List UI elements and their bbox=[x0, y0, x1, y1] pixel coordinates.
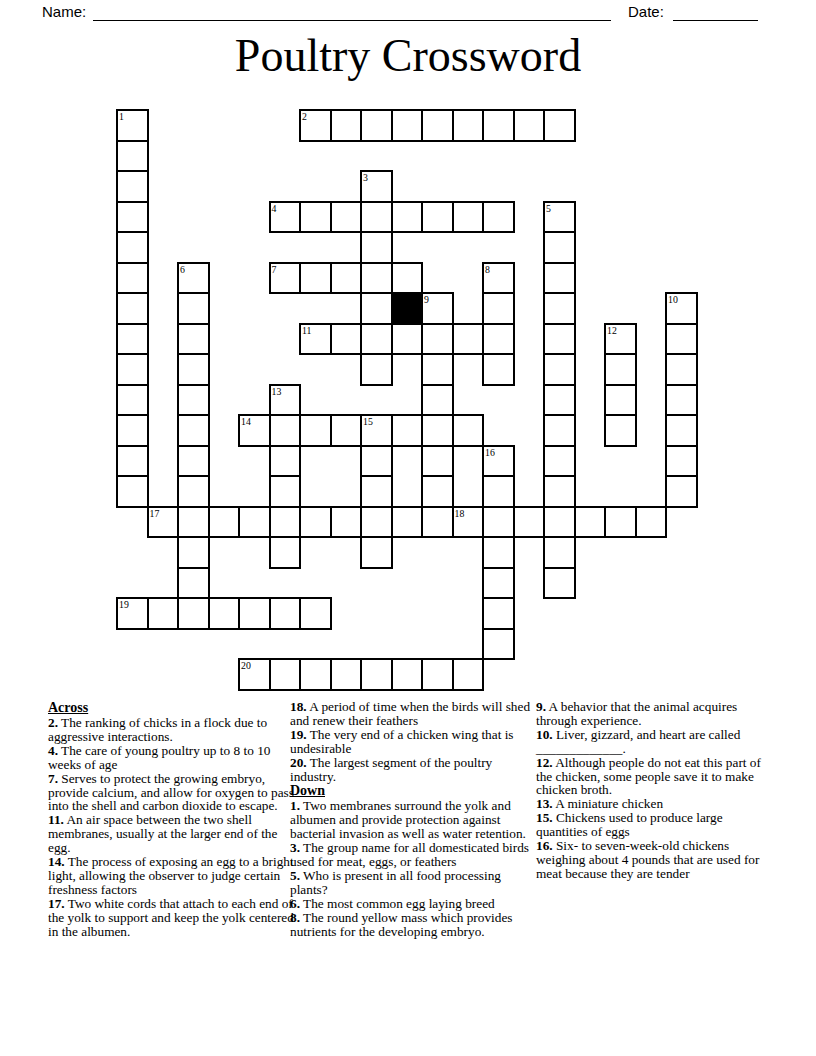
clue-number: 13. bbox=[536, 796, 553, 811]
grid-cell-r12c2[interactable] bbox=[177, 475, 210, 508]
grid-cell-r3c9[interactable] bbox=[391, 201, 424, 234]
down-clue-3: 3. The group name for all domesticated b… bbox=[290, 841, 532, 869]
clues-column-across: Across2. The ranking of chicks in a floc… bbox=[48, 700, 294, 939]
grid-cell-r18c9[interactable] bbox=[391, 658, 424, 691]
grid-cell-r10c10[interactable] bbox=[421, 414, 454, 447]
grid-cell-r13c14[interactable] bbox=[543, 506, 576, 539]
grid-cell-r7c8[interactable] bbox=[360, 323, 393, 356]
cell-number-19: 19 bbox=[119, 599, 129, 610]
clue-number: 15. bbox=[536, 810, 553, 825]
clue-text: Six- to seven-week-old chickens weighing… bbox=[536, 838, 759, 881]
grid-cell-r5c9[interactable] bbox=[391, 262, 424, 295]
date-blank-line[interactable] bbox=[673, 5, 758, 21]
grid-cell-r13c10[interactable] bbox=[421, 506, 454, 539]
grid-cell-r6c0[interactable] bbox=[116, 292, 149, 325]
grid-cell-r11c14[interactable] bbox=[543, 445, 576, 478]
grid-cell-r3c8[interactable] bbox=[360, 201, 393, 234]
crossword-grid: 1234567891011121314151617181920 bbox=[117, 110, 699, 692]
grid-cell-r8c12[interactable] bbox=[482, 353, 515, 386]
black-cell bbox=[391, 292, 424, 325]
page-title: Poultry Crossword bbox=[0, 30, 816, 82]
clue-text: A miniature chicken bbox=[553, 796, 663, 811]
grid-cell-r4c0[interactable] bbox=[116, 231, 149, 264]
grid-cell-r14c5[interactable] bbox=[269, 536, 302, 569]
grid-cell-r6c12[interactable] bbox=[482, 292, 515, 325]
grid-cell-r4c14[interactable] bbox=[543, 231, 576, 264]
grid-cell-r0c7[interactable] bbox=[330, 109, 363, 142]
grid-cell-r3c0[interactable] bbox=[116, 201, 149, 234]
cell-number-6: 6 bbox=[180, 264, 185, 275]
grid-cell-r13c16[interactable] bbox=[604, 506, 637, 539]
clue-text: Chickens used to produce large quantitie… bbox=[536, 810, 723, 839]
cell-number-8: 8 bbox=[485, 264, 490, 275]
clue-number: 7. bbox=[48, 771, 58, 786]
clue-text: A behavior that the animal acquires thro… bbox=[536, 699, 737, 728]
grid-cell-r11c0[interactable] bbox=[116, 445, 149, 478]
clue-number: 1. bbox=[290, 798, 300, 813]
grid-cell-r10c9[interactable] bbox=[391, 414, 424, 447]
grid-cell-r13c17[interactable] bbox=[635, 506, 668, 539]
grid-cell-r7c0[interactable] bbox=[116, 323, 149, 356]
grid-cell-r8c0[interactable] bbox=[116, 353, 149, 386]
grid-cell-r5c0[interactable] bbox=[116, 262, 149, 295]
clue-number: 16. bbox=[536, 838, 553, 853]
grid-cell-r7c14[interactable] bbox=[543, 323, 576, 356]
grid-cell-r9c18[interactable] bbox=[665, 384, 698, 417]
grid-cell-r0c10[interactable] bbox=[421, 109, 454, 142]
grid-cell-r10c11[interactable] bbox=[452, 414, 485, 447]
cell-number-2: 2 bbox=[302, 111, 307, 122]
grid-cell-r14c12[interactable] bbox=[482, 536, 515, 569]
grid-cell-r7c7[interactable] bbox=[330, 323, 363, 356]
grid-cell-r18c10[interactable] bbox=[421, 658, 454, 691]
cell-number-18: 18 bbox=[455, 508, 465, 519]
grid-cell-r8c2[interactable] bbox=[177, 353, 210, 386]
cell-number-15: 15 bbox=[363, 416, 373, 427]
clue-number: 8. bbox=[290, 910, 300, 925]
grid-cell-r10c7[interactable] bbox=[330, 414, 363, 447]
across-clue-20: 20. The largest segment of the poultry i… bbox=[290, 756, 532, 784]
grid-cell-r0c12[interactable] bbox=[482, 109, 515, 142]
grid-cell-r13c4[interactable] bbox=[238, 506, 271, 539]
grid-cell-r7c18[interactable] bbox=[665, 323, 698, 356]
grid-cell-r13c12[interactable] bbox=[482, 506, 515, 539]
worksheet-header: Name: Date: bbox=[0, 0, 816, 26]
grid-cell-r11c10[interactable] bbox=[421, 445, 454, 478]
cell-number-11: 11 bbox=[302, 325, 311, 336]
down-clue-13: 13. A miniature chicken bbox=[536, 797, 772, 811]
cell-number-3: 3 bbox=[363, 172, 368, 183]
grid-cell-r3c11[interactable] bbox=[452, 201, 485, 234]
grid-cell-r3c10[interactable] bbox=[421, 201, 454, 234]
grid-cell-r13c9[interactable] bbox=[391, 506, 424, 539]
across-clue-19: 19. The very end of a chicken wing that … bbox=[290, 728, 532, 756]
grid-cell-r3c7[interactable] bbox=[330, 201, 363, 234]
across-clue-2: 2. The ranking of chicks in a flock due … bbox=[48, 716, 294, 744]
grid-cell-r10c2[interactable] bbox=[177, 414, 210, 447]
grid-cell-r5c7[interactable] bbox=[330, 262, 363, 295]
grid-cell-r8c8[interactable] bbox=[360, 353, 393, 386]
grid-cell-r10c14[interactable] bbox=[543, 414, 576, 447]
clue-text: Two white cords that attach to each end … bbox=[48, 896, 294, 939]
cell-number-20: 20 bbox=[241, 660, 251, 671]
cell-number-10: 10 bbox=[668, 294, 678, 305]
grid-cell-r5c6[interactable] bbox=[299, 262, 332, 295]
grid-cell-r7c11[interactable] bbox=[452, 323, 485, 356]
grid-cell-r8c10[interactable] bbox=[421, 353, 454, 386]
grid-cell-r0c11[interactable] bbox=[452, 109, 485, 142]
grid-cell-r8c14[interactable] bbox=[543, 353, 576, 386]
grid-cell-r16c4[interactable] bbox=[238, 597, 271, 630]
clue-text: The round yellow mass which provides nut… bbox=[290, 910, 512, 939]
grid-cell-r7c9[interactable] bbox=[391, 323, 424, 356]
clue-number: 20. bbox=[290, 755, 307, 770]
grid-cell-r12c18[interactable] bbox=[665, 475, 698, 508]
cell-number-14: 14 bbox=[241, 416, 251, 427]
grid-cell-r11c8[interactable] bbox=[360, 445, 393, 478]
grid-cell-r13c15[interactable] bbox=[574, 506, 607, 539]
grid-cell-r0c8[interactable] bbox=[360, 109, 393, 142]
clue-text: Two membranes surround the yolk and albu… bbox=[290, 798, 526, 841]
clue-text: A period of time when the birds will she… bbox=[290, 699, 530, 728]
clue-text: The most common egg laying breed bbox=[300, 896, 495, 911]
down-clue-15: 15. Chickens used to produce large quant… bbox=[536, 811, 772, 839]
grid-cell-r6c8[interactable] bbox=[360, 292, 393, 325]
down-clue-8: 8. The round yellow mass which provides … bbox=[290, 911, 532, 939]
cell-number-9: 9 bbox=[424, 294, 429, 305]
cell-number-13: 13 bbox=[272, 386, 282, 397]
grid-cell-r12c8[interactable] bbox=[360, 475, 393, 508]
clue-number: 2. bbox=[48, 715, 58, 730]
grid-cell-r8c18[interactable] bbox=[665, 353, 698, 386]
clue-number: 11. bbox=[48, 812, 64, 827]
grid-cell-r10c16[interactable] bbox=[604, 414, 637, 447]
grid-cell-r13c7[interactable] bbox=[330, 506, 363, 539]
grid-cell-r10c18[interactable] bbox=[665, 414, 698, 447]
down-clue-12: 12. Although people do not eat this part… bbox=[536, 756, 772, 798]
grid-cell-r12c10[interactable] bbox=[421, 475, 454, 508]
clue-number: 19. bbox=[290, 727, 307, 742]
grid-cell-r9c10[interactable] bbox=[421, 384, 454, 417]
down-clue-10: 10. Liver, gizzard, and heart are called… bbox=[536, 728, 772, 756]
grid-cell-r18c8[interactable] bbox=[360, 658, 393, 691]
grid-cell-r15c2[interactable] bbox=[177, 567, 210, 600]
across-clue-11: 11. An air space between the two shell m… bbox=[48, 813, 294, 855]
grid-cell-r7c2[interactable] bbox=[177, 323, 210, 356]
cell-number-12: 12 bbox=[607, 325, 617, 336]
clue-number: 10. bbox=[536, 727, 553, 742]
clue-text: The ranking of chicks in a flock due to … bbox=[48, 715, 267, 744]
clue-number: 12. bbox=[536, 755, 553, 770]
across-clue-4: 4. The care of young poultry up to 8 to … bbox=[48, 744, 294, 772]
grid-cell-r8c16[interactable] bbox=[604, 353, 637, 386]
cell-number-5: 5 bbox=[546, 203, 551, 214]
grid-cell-r11c18[interactable] bbox=[665, 445, 698, 478]
grid-cell-r4c8[interactable] bbox=[360, 231, 393, 264]
across-clue-7: 7. Serves to protect the growing embryo,… bbox=[48, 772, 294, 814]
cell-number-17: 17 bbox=[150, 508, 160, 519]
across-header: Across bbox=[48, 700, 294, 715]
clues-column-middle: 18. A period of time when the birds will… bbox=[290, 700, 532, 939]
grid-cell-r9c0[interactable] bbox=[116, 384, 149, 417]
clue-number: 3. bbox=[290, 840, 300, 855]
grid-cell-r7c12[interactable] bbox=[482, 323, 515, 356]
grid-cell-r14c8[interactable] bbox=[360, 536, 393, 569]
clue-text: The care of young poultry up to 8 to 10 … bbox=[48, 743, 270, 772]
grid-cell-r13c13[interactable] bbox=[513, 506, 546, 539]
cell-number-7: 7 bbox=[272, 264, 277, 275]
grid-cell-r13c8[interactable] bbox=[360, 506, 393, 539]
clue-text: The largest segment of the poultry indus… bbox=[290, 755, 492, 784]
grid-cell-r2c0[interactable] bbox=[116, 170, 149, 203]
grid-cell-r10c0[interactable] bbox=[116, 414, 149, 447]
grid-cell-r13c2[interactable] bbox=[177, 506, 210, 539]
worksheet-page: { "game": "crossword", "title": "Poultry… bbox=[0, 0, 816, 1056]
clue-text: Although people do not eat this part of … bbox=[536, 755, 761, 798]
across-clue-14: 14. The process of exposing an egg to a … bbox=[48, 855, 294, 897]
grid-cell-r16c3[interactable] bbox=[208, 597, 241, 630]
clue-number: 18. bbox=[290, 699, 307, 714]
across-clue-17: 17. Two white cords that attach to each … bbox=[48, 897, 294, 939]
cell-number-1: 1 bbox=[119, 111, 124, 122]
clues-column-down: 9. A behavior that the animal acquires t… bbox=[536, 700, 772, 881]
grid-cell-r12c0[interactable] bbox=[116, 475, 149, 508]
grid-cell-r12c12[interactable] bbox=[482, 475, 515, 508]
grid-cell-r6c14[interactable] bbox=[543, 292, 576, 325]
grid-cell-r16c12[interactable] bbox=[482, 597, 515, 630]
grid-cell-r16c2[interactable] bbox=[177, 597, 210, 630]
grid-cell-r13c6[interactable] bbox=[299, 506, 332, 539]
clue-number: 9. bbox=[536, 699, 546, 714]
grid-cell-r7c10[interactable] bbox=[421, 323, 454, 356]
clue-text: Who is present in all food processing pl… bbox=[290, 868, 501, 897]
clue-number: 6. bbox=[290, 896, 300, 911]
grid-cell-r13c3[interactable] bbox=[208, 506, 241, 539]
grid-cell-r5c14[interactable] bbox=[543, 262, 576, 295]
grid-cell-r10c5[interactable] bbox=[269, 414, 302, 447]
down-clue-6: 6. The most common egg laying breed bbox=[290, 897, 532, 911]
clue-number: 14. bbox=[48, 854, 65, 869]
down-header: Down bbox=[290, 783, 532, 798]
clue-text: Serves to protect the growing embryo, pr… bbox=[48, 771, 294, 814]
name-blank-line[interactable] bbox=[93, 5, 611, 21]
down-clue-16: 16. Six- to seven-week-old chickens weig… bbox=[536, 839, 772, 881]
clue-text: An air space between the two shell membr… bbox=[48, 812, 277, 855]
clue-number: 17. bbox=[48, 896, 65, 911]
grid-cell-r9c14[interactable] bbox=[543, 384, 576, 417]
grid-cell-r11c2[interactable] bbox=[177, 445, 210, 478]
grid-cell-r9c2[interactable] bbox=[177, 384, 210, 417]
grid-cell-r18c11[interactable] bbox=[452, 658, 485, 691]
grid-cell-r18c6[interactable] bbox=[299, 658, 332, 691]
grid-cell-r15c14[interactable] bbox=[543, 567, 576, 600]
clue-text: The very end of a chicken wing that is u… bbox=[290, 727, 514, 756]
clue-text: The process of exposing an egg to a brig… bbox=[48, 854, 294, 897]
grid-cell-r11c5[interactable] bbox=[269, 445, 302, 478]
down-clue-5: 5. Who is present in all food processing… bbox=[290, 869, 532, 897]
grid-cell-r16c5[interactable] bbox=[269, 597, 302, 630]
grid-cell-r15c12[interactable] bbox=[482, 567, 515, 600]
cell-number-4: 4 bbox=[272, 203, 277, 214]
clue-number: 5. bbox=[290, 868, 300, 883]
grid-cell-r18c5[interactable] bbox=[269, 658, 302, 691]
grid-cell-r16c6[interactable] bbox=[299, 597, 332, 630]
grid-cell-r3c6[interactable] bbox=[299, 201, 332, 234]
name-label: Name: bbox=[42, 3, 86, 20]
grid-cell-r18c7[interactable] bbox=[330, 658, 363, 691]
grid-cell-r0c13[interactable] bbox=[513, 109, 546, 142]
grid-cell-r17c12[interactable] bbox=[482, 628, 515, 661]
grid-cell-r16c1[interactable] bbox=[147, 597, 180, 630]
down-clue-9: 9. A behavior that the animal acquires t… bbox=[536, 700, 772, 728]
down-clue-1: 1. Two membranes surround the yolk and a… bbox=[290, 799, 532, 841]
date-label: Date: bbox=[628, 3, 664, 20]
grid-cell-r5c8[interactable] bbox=[360, 262, 393, 295]
grid-cell-r13c5[interactable] bbox=[269, 506, 302, 539]
grid-cell-r0c14[interactable] bbox=[543, 109, 576, 142]
clue-number: 4. bbox=[48, 743, 58, 758]
grid-cell-r12c14[interactable] bbox=[543, 475, 576, 508]
clue-text: Liver, gizzard, and heart are called ___… bbox=[536, 727, 740, 756]
grid-cell-r12c5[interactable] bbox=[269, 475, 302, 508]
across-clue-18: 18. A period of time when the birds will… bbox=[290, 700, 532, 728]
grid-cell-r14c2[interactable] bbox=[177, 536, 210, 569]
grid-cell-r10c6[interactable] bbox=[299, 414, 332, 447]
grid-cell-r1c0[interactable] bbox=[116, 140, 149, 173]
cell-number-16: 16 bbox=[485, 447, 495, 458]
grid-cell-r3c12[interactable] bbox=[482, 201, 515, 234]
grid-cell-r14c14[interactable] bbox=[543, 536, 576, 569]
grid-cell-r0c9[interactable] bbox=[391, 109, 424, 142]
grid-cell-r6c2[interactable] bbox=[177, 292, 210, 325]
clue-text: The group name for all domesticated bird… bbox=[290, 840, 529, 869]
grid-cell-r9c16[interactable] bbox=[604, 384, 637, 417]
